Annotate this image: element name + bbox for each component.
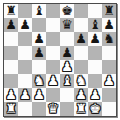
black-pawn: ♟ <box>103 18 115 32</box>
square-b8[interactable] <box>18 4 32 18</box>
white-bishop: ♝ <box>61 74 73 88</box>
square-b7[interactable]: ♟ <box>18 18 32 32</box>
square-e8[interactable]: ♚ <box>60 4 74 18</box>
black-queen: ♛ <box>61 18 73 32</box>
square-e2[interactable] <box>60 88 74 102</box>
square-e1[interactable] <box>60 102 74 116</box>
black-rook: ♜ <box>103 4 115 18</box>
square-h4[interactable] <box>102 60 116 74</box>
black-pawn: ♟ <box>89 32 101 46</box>
chess-diagram: ♜♝♚♜♟♟♛♝♟♟♟♟♞♟♟♟♞♟♝♞♟♟♟♟♟♟♜♛♜♚ <box>0 0 120 120</box>
square-c5[interactable]: ♟ <box>32 46 46 60</box>
square-h8[interactable]: ♜ <box>102 4 116 18</box>
square-b1[interactable] <box>18 102 32 116</box>
square-f8[interactable] <box>74 4 88 18</box>
black-pawn: ♟ <box>33 32 45 46</box>
square-g1[interactable]: ♚ <box>88 102 102 116</box>
square-d7[interactable] <box>46 18 60 32</box>
square-a8[interactable]: ♜ <box>4 4 18 18</box>
square-b5[interactable] <box>18 46 32 60</box>
square-c3[interactable]: ♞ <box>32 74 46 88</box>
square-f1[interactable]: ♜ <box>74 102 88 116</box>
square-a4[interactable] <box>4 60 18 74</box>
square-b3[interactable] <box>18 74 32 88</box>
square-c7[interactable] <box>32 18 46 32</box>
square-a5[interactable] <box>4 46 18 60</box>
square-h2[interactable] <box>102 88 116 102</box>
square-d5[interactable] <box>46 46 60 60</box>
black-pawn: ♟ <box>19 18 31 32</box>
white-pawn: ♟ <box>47 74 59 88</box>
white-pawn: ♟ <box>75 88 87 102</box>
square-e6[interactable] <box>60 32 74 46</box>
square-d3[interactable]: ♟ <box>46 74 60 88</box>
square-f6[interactable]: ♟ <box>74 32 88 46</box>
white-knight: ♞ <box>33 74 45 88</box>
black-pawn: ♟ <box>5 18 17 32</box>
square-a7[interactable]: ♟ <box>4 18 18 32</box>
black-knight: ♞ <box>103 32 115 46</box>
white-queen: ♛ <box>47 102 59 116</box>
square-f5[interactable] <box>74 46 88 60</box>
white-king: ♚ <box>89 102 101 116</box>
square-a2[interactable]: ♟ <box>4 88 18 102</box>
square-b4[interactable] <box>18 60 32 74</box>
square-f3[interactable]: ♞ <box>74 74 88 88</box>
black-pawn: ♟ <box>61 46 73 60</box>
square-g8[interactable] <box>88 4 102 18</box>
square-f2[interactable]: ♟ <box>74 88 88 102</box>
white-pawn: ♟ <box>5 88 17 102</box>
square-c6[interactable]: ♟ <box>32 32 46 46</box>
white-pawn: ♟ <box>19 88 31 102</box>
square-g5[interactable] <box>88 46 102 60</box>
square-e5[interactable]: ♟ <box>60 46 74 60</box>
square-c8[interactable]: ♝ <box>32 4 46 18</box>
black-rook: ♜ <box>5 4 17 18</box>
white-pawn: ♟ <box>61 60 73 74</box>
square-c1[interactable] <box>32 102 46 116</box>
square-d4[interactable] <box>46 60 60 74</box>
black-king: ♚ <box>61 4 73 18</box>
square-b2[interactable]: ♟ <box>18 88 32 102</box>
black-bishop: ♝ <box>89 18 101 32</box>
square-b6[interactable] <box>18 32 32 46</box>
square-a3[interactable] <box>4 74 18 88</box>
white-pawn: ♟ <box>33 88 45 102</box>
square-c4[interactable] <box>32 60 46 74</box>
square-d8[interactable] <box>46 4 60 18</box>
square-e7[interactable]: ♛ <box>60 18 74 32</box>
square-h6[interactable]: ♞ <box>102 32 116 46</box>
white-pawn: ♟ <box>103 74 115 88</box>
square-d6[interactable] <box>46 32 60 46</box>
square-g4[interactable] <box>88 60 102 74</box>
square-f7[interactable] <box>74 18 88 32</box>
square-f4[interactable] <box>74 60 88 74</box>
square-a6[interactable] <box>4 32 18 46</box>
black-pawn: ♟ <box>33 46 45 60</box>
square-c2[interactable]: ♟ <box>32 88 46 102</box>
square-e3[interactable]: ♝ <box>60 74 74 88</box>
square-d2[interactable] <box>46 88 60 102</box>
square-e4[interactable]: ♟ <box>60 60 74 74</box>
black-bishop: ♝ <box>33 4 45 18</box>
square-g6[interactable]: ♟ <box>88 32 102 46</box>
square-h3[interactable]: ♟ <box>102 74 116 88</box>
white-rook: ♜ <box>5 102 17 116</box>
black-pawn: ♟ <box>75 32 87 46</box>
square-g7[interactable]: ♝ <box>88 18 102 32</box>
square-d1[interactable]: ♛ <box>46 102 60 116</box>
square-g2[interactable]: ♟ <box>88 88 102 102</box>
white-pawn: ♟ <box>89 88 101 102</box>
square-g3[interactable] <box>88 74 102 88</box>
square-h5[interactable] <box>102 46 116 60</box>
square-a1[interactable]: ♜ <box>4 102 18 116</box>
square-h1[interactable] <box>102 102 116 116</box>
square-h7[interactable]: ♟ <box>102 18 116 32</box>
chess-board: ♜♝♚♜♟♟♛♝♟♟♟♟♞♟♟♟♞♟♝♞♟♟♟♟♟♟♜♛♜♚ <box>3 3 117 117</box>
white-knight: ♞ <box>75 74 87 88</box>
white-rook: ♜ <box>75 102 87 116</box>
